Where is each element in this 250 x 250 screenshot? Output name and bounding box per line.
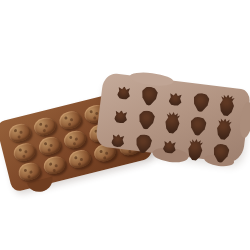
strawberry-cavity-shape [140,86,159,107]
pineapple-cavity-shape [186,138,205,162]
mold-bump-round [12,141,37,163]
strawberry-cavity-shape [189,116,208,137]
cavity-leaf [110,80,137,105]
strawberry-cavity-shape [137,109,156,130]
cavity-leaf [105,128,132,153]
cavity-strawberry [136,84,163,109]
strawberry-cavity-shape [211,143,230,164]
mold-bump-oval [57,109,82,131]
cavity-pineapple [159,111,186,136]
mold-bump-round [42,155,67,177]
cavity-leaf [162,87,189,112]
leaf-cavity-shape [111,133,125,147]
mold-bump-oval [37,135,62,157]
mold-bump-round [62,129,87,151]
pineapple-cavity-shape [163,111,182,135]
cavity-pineapple [182,138,209,163]
leaf-cavity-shape [168,92,182,106]
pineapple-cavity-shape [218,94,237,118]
strawberry-cavity-shape [192,92,211,113]
cavity-leaf [108,104,135,129]
cavity-leaf [156,134,183,159]
mold-bump-oval [67,148,92,170]
tan-chocolate-mold [95,72,250,163]
cavity-pineapple [214,93,241,118]
cavity-strawberry [130,131,157,156]
tan-mold-cavity-grid [106,80,240,155]
tan-mold-wavy-edge-right [238,101,250,138]
leaf-cavity-shape [116,86,130,100]
cavity-strawberry [208,141,235,166]
pineapple-cavity-shape [215,117,234,141]
cavity-strawberry [185,114,212,139]
cavity-strawberry [188,90,215,115]
strawberry-cavity-shape [134,133,153,154]
leaf-cavity-shape [114,109,128,123]
mold-bump-round [32,115,57,137]
leaf-cavity-shape [162,140,176,154]
product-photo [0,0,250,250]
cavity-strawberry [133,107,160,132]
cavity-pineapple [211,117,238,142]
mold-bump-oval [7,121,32,143]
